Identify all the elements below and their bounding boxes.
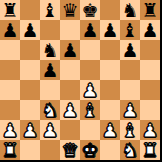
square-c1[interactable]	[40, 140, 60, 160]
square-e6[interactable]	[80, 40, 100, 60]
square-b8[interactable]	[20, 0, 40, 20]
square-e8[interactable]: ♚	[80, 0, 100, 20]
square-d1[interactable]: ♛	[60, 140, 80, 160]
square-e5[interactable]	[80, 60, 100, 80]
square-f4[interactable]	[100, 80, 120, 100]
square-d7[interactable]	[60, 20, 80, 40]
piece-black-bishop: ♝	[121, 20, 138, 40]
square-e4[interactable]: ♟	[80, 80, 100, 100]
square-h4[interactable]	[140, 80, 160, 100]
piece-white-queen: ♛	[61, 140, 78, 160]
square-c3[interactable]: ♞	[40, 100, 60, 120]
piece-white-knight: ♞	[41, 100, 58, 120]
piece-black-queen: ♛	[61, 0, 78, 20]
square-a4[interactable]	[0, 80, 20, 100]
piece-black-pawn: ♟	[81, 20, 98, 40]
square-c8[interactable]: ♝	[40, 0, 60, 20]
piece-black-bishop: ♝	[41, 0, 58, 20]
square-g2[interactable]: ♝	[120, 120, 140, 140]
piece-black-pawn: ♟	[141, 20, 158, 40]
square-g1[interactable]: ♞	[120, 140, 140, 160]
square-h2[interactable]: ♟	[140, 120, 160, 140]
piece-white-pawn: ♟	[121, 100, 138, 120]
square-c6[interactable]: ♞	[40, 40, 60, 60]
piece-black-pawn: ♟	[41, 60, 58, 80]
square-a8[interactable]: ♜	[0, 0, 20, 20]
piece-white-pawn: ♟	[61, 100, 78, 120]
piece-black-pawn: ♟	[61, 40, 78, 60]
piece-black-pawn: ♟	[101, 20, 118, 40]
square-c2[interactable]: ♟	[40, 120, 60, 140]
square-b7[interactable]: ♟	[20, 20, 40, 40]
square-g8[interactable]: ♞	[120, 0, 140, 20]
square-f8[interactable]	[100, 0, 120, 20]
square-f3[interactable]	[100, 100, 120, 120]
square-f5[interactable]	[100, 60, 120, 80]
square-b6[interactable]	[20, 40, 40, 60]
square-f1[interactable]	[100, 140, 120, 160]
piece-white-pawn: ♟	[101, 120, 118, 140]
square-c7[interactable]	[40, 20, 60, 40]
square-e2[interactable]	[80, 120, 100, 140]
square-e7[interactable]: ♟	[80, 20, 100, 40]
square-h1[interactable]: ♜	[140, 140, 160, 160]
square-d8[interactable]: ♛	[60, 0, 80, 20]
square-a7[interactable]: ♟	[0, 20, 20, 40]
square-g5[interactable]	[120, 60, 140, 80]
piece-white-pawn: ♟	[81, 80, 98, 100]
square-e1[interactable]: ♚	[80, 140, 100, 160]
square-h8[interactable]: ♜	[140, 0, 160, 20]
piece-black-pawn: ♟	[1, 20, 18, 40]
piece-black-pawn: ♟	[21, 20, 38, 40]
square-g4[interactable]	[120, 80, 140, 100]
piece-white-rook: ♜	[1, 140, 18, 160]
piece-white-pawn: ♟	[141, 120, 158, 140]
square-a1[interactable]: ♜	[0, 140, 20, 160]
piece-white-bishop: ♝	[121, 120, 138, 140]
piece-white-pawn: ♟	[21, 120, 38, 140]
piece-white-pawn: ♟	[41, 120, 58, 140]
square-f6[interactable]	[100, 40, 120, 60]
piece-white-bishop: ♝	[81, 100, 98, 120]
square-g6[interactable]: ♟	[120, 40, 140, 60]
square-h7[interactable]: ♟	[140, 20, 160, 40]
square-a5[interactable]	[0, 60, 20, 80]
square-d2[interactable]	[60, 120, 80, 140]
square-b5[interactable]	[20, 60, 40, 80]
square-d6[interactable]: ♟	[60, 40, 80, 60]
square-h6[interactable]	[140, 40, 160, 60]
square-b4[interactable]	[20, 80, 40, 100]
piece-black-rook: ♜	[1, 0, 18, 20]
chess-board: ♜♝♛♚♞♜♟♟♟♟♝♟♞♟♟♟♟♞♟♝♟♟♟♟♟♝♟♜♛♚♞♜	[0, 0, 160, 160]
square-b1[interactable]	[20, 140, 40, 160]
square-a3[interactable]	[0, 100, 20, 120]
square-a2[interactable]: ♟	[0, 120, 20, 140]
piece-white-king: ♚	[81, 140, 98, 160]
piece-black-pawn: ♟	[121, 40, 138, 60]
piece-black-rook: ♜	[141, 0, 158, 20]
square-h5[interactable]	[140, 60, 160, 80]
piece-black-king: ♚	[81, 0, 98, 20]
piece-white-knight: ♞	[121, 140, 138, 160]
square-g7[interactable]: ♝	[120, 20, 140, 40]
square-c5[interactable]: ♟	[40, 60, 60, 80]
square-d3[interactable]: ♟	[60, 100, 80, 120]
chess-board-frame: ♜♝♛♚♞♜♟♟♟♟♝♟♞♟♟♟♟♞♟♝♟♟♟♟♟♝♟♜♛♚♞♜	[0, 0, 162, 162]
square-b3[interactable]	[20, 100, 40, 120]
piece-white-pawn: ♟	[1, 120, 18, 140]
piece-black-knight: ♞	[121, 0, 138, 20]
square-d4[interactable]	[60, 80, 80, 100]
piece-black-knight: ♞	[41, 40, 58, 60]
square-b2[interactable]: ♟	[20, 120, 40, 140]
square-d5[interactable]	[60, 60, 80, 80]
square-a6[interactable]	[0, 40, 20, 60]
square-h3[interactable]	[140, 100, 160, 120]
piece-white-rook: ♜	[141, 140, 158, 160]
square-g3[interactable]: ♟	[120, 100, 140, 120]
square-f7[interactable]: ♟	[100, 20, 120, 40]
square-c4[interactable]	[40, 80, 60, 100]
square-f2[interactable]: ♟	[100, 120, 120, 140]
square-e3[interactable]: ♝	[80, 100, 100, 120]
